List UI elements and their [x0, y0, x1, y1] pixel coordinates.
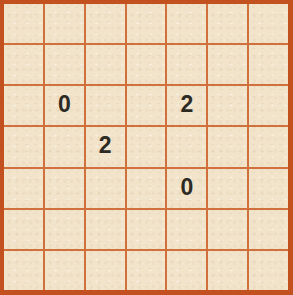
grid-cell[interactable]	[86, 4, 125, 43]
grid-cell[interactable]	[127, 169, 166, 208]
grid-cell[interactable]	[167, 127, 206, 166]
grid-cell[interactable]	[127, 45, 166, 84]
grid-cell[interactable]	[167, 4, 206, 43]
puzzle-board: 0220	[0, 0, 293, 295]
clue-number: 0	[180, 176, 193, 199]
grid-cell[interactable]	[208, 86, 247, 125]
grid-cell[interactable]: 2	[86, 127, 125, 166]
grid-cell[interactable]	[4, 169, 43, 208]
grid-cell[interactable]	[45, 251, 84, 290]
grid-cell[interactable]	[86, 210, 125, 249]
grid-cell[interactable]	[127, 210, 166, 249]
grid-cell[interactable]	[249, 45, 288, 84]
clue-number: 2	[99, 134, 112, 157]
grid-cell[interactable]	[4, 127, 43, 166]
grid-cell[interactable]	[127, 4, 166, 43]
grid-cell[interactable]	[86, 169, 125, 208]
grid-cell[interactable]	[249, 86, 288, 125]
grid-cell[interactable]: 0	[167, 169, 206, 208]
grid-cell[interactable]	[208, 210, 247, 249]
grid-cell[interactable]	[249, 127, 288, 166]
grid-cell[interactable]	[86, 45, 125, 84]
grid-cell[interactable]	[45, 210, 84, 249]
grid-cell[interactable]	[127, 86, 166, 125]
grid-cell[interactable]	[45, 4, 84, 43]
grid-cell[interactable]	[208, 127, 247, 166]
grid-cell[interactable]	[127, 127, 166, 166]
grid-cell[interactable]	[4, 210, 43, 249]
clue-number: 2	[180, 93, 193, 116]
grid-cell[interactable]	[208, 251, 247, 290]
grid-cell[interactable]: 2	[167, 86, 206, 125]
grid-cell[interactable]	[167, 251, 206, 290]
grid-cell[interactable]	[45, 45, 84, 84]
grid-cell[interactable]	[86, 86, 125, 125]
grid-cell[interactable]	[167, 210, 206, 249]
grid-cell[interactable]	[127, 251, 166, 290]
grid-cell[interactable]	[86, 251, 125, 290]
grid-cell[interactable]	[249, 251, 288, 290]
grid-cell[interactable]	[4, 251, 43, 290]
grid-cell[interactable]	[208, 169, 247, 208]
clue-number: 0	[58, 93, 71, 116]
grid-cell[interactable]: 0	[45, 86, 84, 125]
grid-cell[interactable]	[4, 86, 43, 125]
grid-cell[interactable]	[167, 45, 206, 84]
grid-cell[interactable]	[249, 210, 288, 249]
grid-cell[interactable]	[4, 4, 43, 43]
grid-cell[interactable]	[4, 45, 43, 84]
grid-cell[interactable]	[208, 45, 247, 84]
grid-cell[interactable]	[249, 4, 288, 43]
grid-cell[interactable]	[249, 169, 288, 208]
grid-cell[interactable]	[45, 169, 84, 208]
grid-cell[interactable]	[208, 4, 247, 43]
grid-cell[interactable]	[45, 127, 84, 166]
